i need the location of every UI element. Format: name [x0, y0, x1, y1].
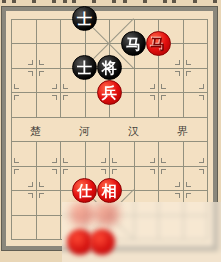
- point-marker: [112, 158, 117, 163]
- point-marker: [101, 169, 106, 174]
- piece-black-horse[interactable]: 马: [121, 31, 146, 56]
- point-marker: [14, 169, 19, 174]
- point-marker: [39, 60, 44, 65]
- river-label-jie: 界: [177, 126, 188, 138]
- point-marker: [186, 71, 191, 76]
- piece-red-soldier[interactable]: 兵: [97, 80, 122, 105]
- point-marker: [28, 193, 33, 198]
- point-marker: [150, 95, 155, 100]
- point-marker: [161, 95, 166, 100]
- point-marker: [199, 158, 204, 163]
- point-marker: [39, 193, 44, 198]
- point-marker: [199, 169, 204, 174]
- point-marker: [52, 84, 57, 89]
- cropped-text-fragment: [63, 0, 67, 3]
- obscured-piece-blob: [89, 229, 115, 255]
- piece-black-advisor-2[interactable]: 士: [72, 55, 97, 80]
- grid-line-horizontal: [11, 19, 208, 20]
- point-marker: [28, 60, 33, 65]
- cropped-text-fragment: [52, 0, 56, 3]
- point-marker: [150, 169, 155, 174]
- point-marker: [150, 158, 155, 163]
- point-marker: [175, 182, 180, 187]
- grid-line-vertical: [11, 19, 12, 240]
- point-marker: [175, 193, 180, 198]
- point-marker: [186, 182, 191, 187]
- piece-red-horse[interactable]: 马: [146, 31, 171, 56]
- point-marker: [39, 71, 44, 76]
- cropped-text-fragment: [213, 0, 217, 3]
- obscured-piece-blob: [95, 202, 119, 226]
- point-marker: [14, 84, 19, 89]
- point-marker: [63, 158, 68, 163]
- cropped-text-fragment: [163, 0, 167, 3]
- point-marker: [52, 95, 57, 100]
- river-label-he: 河: [79, 126, 90, 138]
- point-marker: [186, 60, 191, 65]
- point-marker: [63, 95, 68, 100]
- cropped-text-fragment: [172, 0, 176, 3]
- point-marker: [28, 182, 33, 187]
- piece-black-general[interactable]: 将: [97, 55, 122, 80]
- grid-line-horizontal: [11, 117, 208, 118]
- point-marker: [63, 84, 68, 89]
- point-marker: [28, 71, 33, 76]
- piece-black-advisor-1[interactable]: 士: [72, 6, 97, 31]
- point-marker: [186, 193, 191, 198]
- point-marker: [150, 84, 155, 89]
- point-marker: [175, 71, 180, 76]
- cropped-text-fragment: [12, 0, 16, 3]
- point-marker: [63, 169, 68, 174]
- point-marker: [161, 84, 166, 89]
- cropped-text-fragment: [112, 0, 116, 3]
- obscured-piece-blob: [70, 202, 94, 226]
- xiangqi-board-screenshot: 楚 河 汉 界 士马马士将兵仕相: [0, 0, 221, 262]
- cropped-text-fragment: [72, 0, 76, 3]
- river-label-chu: 楚: [30, 126, 41, 138]
- point-marker: [52, 158, 57, 163]
- point-marker: [52, 169, 57, 174]
- grid-line-horizontal: [11, 141, 208, 142]
- river-label-han: 汉: [128, 126, 139, 138]
- grid-line-horizontal: [11, 166, 208, 167]
- cropped-text-fragment: [193, 0, 197, 3]
- cropped-text-fragment: [123, 0, 127, 3]
- point-marker: [14, 95, 19, 100]
- cropped-text-fragment: [32, 0, 36, 3]
- point-marker: [161, 169, 166, 174]
- point-marker: [199, 84, 204, 89]
- point-marker: [199, 95, 204, 100]
- cropped-text-fragment: [92, 0, 96, 3]
- point-marker: [175, 60, 180, 65]
- cropped-text-fragment: [143, 0, 147, 3]
- piece-red-advisor[interactable]: 仕: [72, 178, 97, 203]
- piece-red-elephant[interactable]: 相: [97, 178, 122, 203]
- point-marker: [161, 158, 166, 163]
- point-marker: [112, 169, 117, 174]
- point-marker: [14, 158, 19, 163]
- cropped-text-fragment: [2, 0, 6, 3]
- point-marker: [39, 182, 44, 187]
- point-marker: [101, 158, 106, 163]
